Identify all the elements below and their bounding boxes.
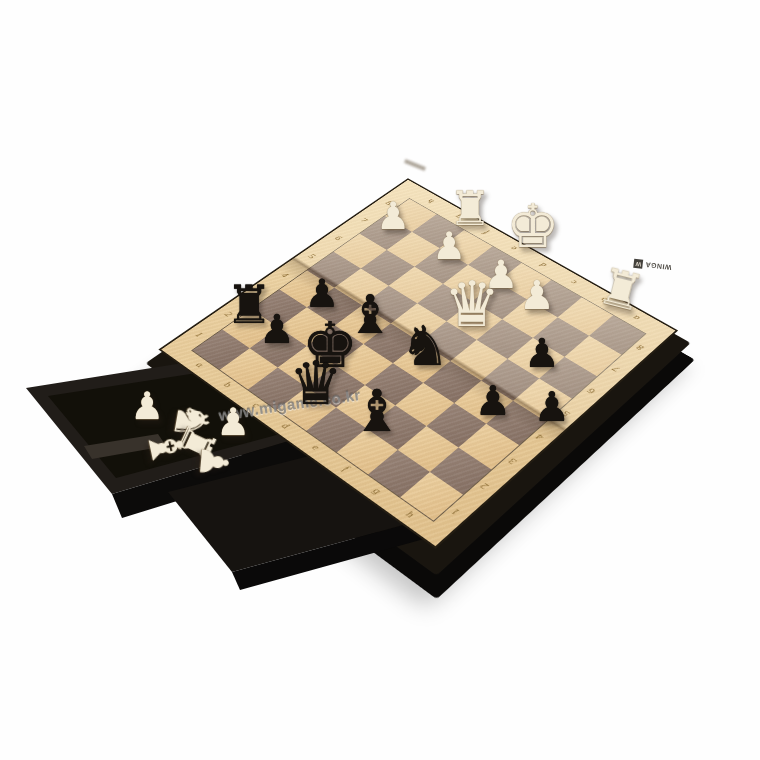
tray-piece-white-pawn[interactable]: ♟	[194, 443, 235, 480]
tray-pieces-layer: ♟♟♞♜♝♟	[0, 0, 760, 760]
tray-piece-white-bishop[interactable]: ♝	[140, 423, 192, 472]
brand-logo-icon: W	[634, 259, 644, 269]
tray-piece-white-pawn[interactable]: ♟	[130, 387, 164, 425]
